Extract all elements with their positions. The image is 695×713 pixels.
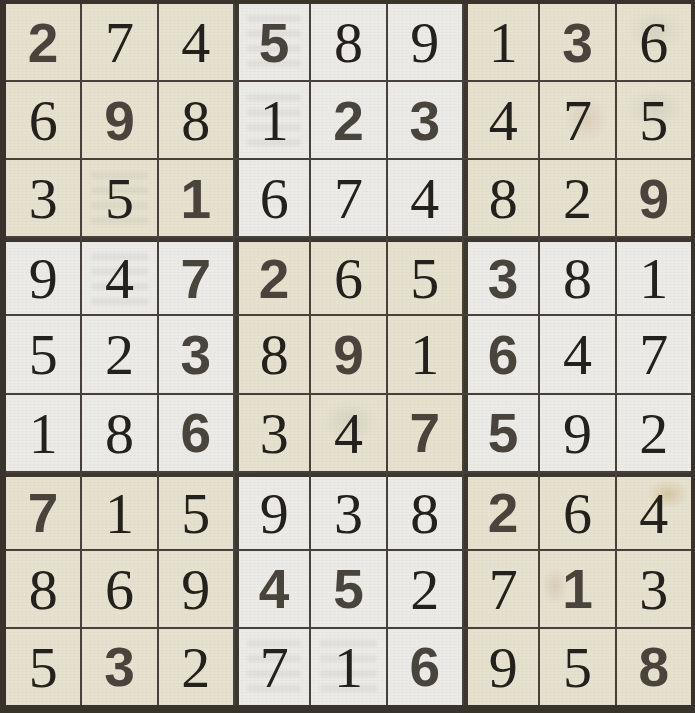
cell-r5c7[interactable]: 6: [464, 316, 538, 392]
cell-r6c3[interactable]: 6: [159, 395, 233, 471]
digit: 3: [260, 405, 289, 463]
digit: 7: [563, 92, 592, 150]
digit: 5: [410, 250, 439, 308]
cell-r7c3[interactable]: 5: [159, 473, 233, 549]
digit: 3: [562, 16, 593, 71]
digit: 9: [639, 172, 670, 227]
cell-r3c2[interactable]: 5: [82, 160, 156, 236]
cell-r1c6[interactable]: 9: [388, 4, 462, 80]
cell-r3c5[interactable]: 7: [311, 160, 385, 236]
cell-r7c9[interactable]: 4: [617, 473, 691, 549]
digit: 3: [334, 485, 363, 543]
digit: 3: [488, 252, 519, 307]
cell-r1c1[interactable]: 2: [6, 4, 80, 80]
digit: 2: [410, 561, 439, 619]
cell-r2c1[interactable]: 6: [6, 82, 80, 158]
cell-r4c5[interactable]: 6: [311, 238, 385, 314]
digit: 1: [334, 639, 363, 697]
digit: 3: [639, 561, 668, 619]
cell-r8c5[interactable]: 5: [311, 551, 385, 627]
cell-r1c8[interactable]: 3: [540, 4, 614, 80]
cell-r7c6[interactable]: 8: [388, 473, 462, 549]
cell-r3c3[interactable]: 1: [159, 160, 233, 236]
cell-r3c6[interactable]: 4: [388, 160, 462, 236]
digit: 9: [29, 250, 58, 308]
digit: 7: [28, 486, 59, 541]
digit: 2: [333, 94, 364, 149]
cell-r5c2[interactable]: 2: [82, 316, 156, 392]
digit: 8: [181, 92, 210, 150]
cell-r3c4[interactable]: 6: [235, 160, 309, 236]
cell-r6c4[interactable]: 3: [235, 395, 309, 471]
cell-r7c1[interactable]: 7: [6, 473, 80, 549]
cell-r9c1[interactable]: 5: [6, 629, 80, 705]
cell-r7c7[interactable]: 2: [464, 473, 538, 549]
cell-r4c1[interactable]: 9: [6, 238, 80, 314]
digit: 4: [181, 14, 210, 72]
digit: 6: [29, 92, 58, 150]
digit: 5: [259, 16, 290, 71]
digit: 9: [333, 328, 364, 383]
cell-r4c6[interactable]: 5: [388, 238, 462, 314]
cell-r6c5[interactable]: 4: [311, 395, 385, 471]
cell-r2c5[interactable]: 2: [311, 82, 385, 158]
digit: 5: [29, 326, 58, 384]
cell-r8c8[interactable]: 1: [540, 551, 614, 627]
cell-r8c4[interactable]: 4: [235, 551, 309, 627]
digit: 7: [260, 639, 289, 697]
digit: 6: [563, 485, 592, 543]
digit: 6: [260, 170, 289, 228]
digit: 8: [334, 14, 363, 72]
digit: 2: [28, 16, 59, 71]
cell-r6c7[interactable]: 5: [464, 395, 538, 471]
digit: 4: [563, 326, 592, 384]
digit: 1: [181, 172, 212, 227]
cell-r2c6[interactable]: 3: [388, 82, 462, 158]
cell-r2c8[interactable]: 7: [540, 82, 614, 158]
digit: 4: [639, 485, 668, 543]
digit: 8: [260, 326, 289, 384]
cell-r6c2[interactable]: 8: [82, 395, 156, 471]
cell-r7c8[interactable]: 6: [540, 473, 614, 549]
cell-r7c4[interactable]: 9: [235, 473, 309, 549]
digit: 1: [410, 326, 439, 384]
cell-r8c9[interactable]: 3: [617, 551, 691, 627]
digit: 5: [105, 170, 134, 228]
cell-r6c1[interactable]: 1: [6, 395, 80, 471]
digit: 4: [105, 250, 134, 308]
cell-r6c9[interactable]: 2: [617, 395, 691, 471]
digit: 6: [181, 406, 212, 461]
cell-r4c2[interactable]: 4: [82, 238, 156, 314]
digit: 1: [105, 485, 134, 543]
digit: 9: [104, 94, 135, 149]
digit: 7: [181, 252, 212, 307]
cell-r2c4[interactable]: 1: [235, 82, 309, 158]
cell-r4c7[interactable]: 3: [464, 238, 538, 314]
digit: 2: [488, 486, 519, 541]
digit: 9: [181, 561, 210, 619]
cell-r7c2[interactable]: 1: [82, 473, 156, 549]
digit: 5: [488, 406, 519, 461]
cell-r4c8[interactable]: 8: [540, 238, 614, 314]
digit: 9: [410, 14, 439, 72]
cell-r8c3[interactable]: 9: [159, 551, 233, 627]
digit: 8: [489, 170, 518, 228]
digit: 9: [260, 485, 289, 543]
digit: 4: [334, 405, 363, 463]
digit: 2: [181, 639, 210, 697]
cell-r9c3[interactable]: 2: [159, 629, 233, 705]
digit: 6: [639, 14, 668, 72]
digit: 3: [104, 640, 135, 695]
cell-r1c3[interactable]: 4: [159, 4, 233, 80]
digit: 8: [563, 250, 592, 308]
cell-r1c7[interactable]: 1: [464, 4, 538, 80]
digit: 7: [410, 406, 441, 461]
cell-r5c4[interactable]: 8: [235, 316, 309, 392]
digit: 5: [181, 485, 210, 543]
digit: 7: [639, 326, 668, 384]
digit: 4: [489, 92, 518, 150]
digit: 6: [488, 328, 519, 383]
digit: 2: [563, 170, 592, 228]
digit: 7: [334, 170, 363, 228]
cell-r6c8[interactable]: 9: [540, 395, 614, 471]
digit: 1: [639, 250, 668, 308]
digit: 6: [105, 561, 134, 619]
cell-r1c2[interactable]: 7: [82, 4, 156, 80]
digit: 3: [181, 328, 212, 383]
cell-r8c2[interactable]: 6: [82, 551, 156, 627]
digit: 5: [333, 562, 364, 617]
cell-r9c9[interactable]: 8: [617, 629, 691, 705]
cell-r5c5[interactable]: 9: [311, 316, 385, 392]
cell-r2c3[interactable]: 8: [159, 82, 233, 158]
digit: 3: [410, 94, 441, 149]
cell-r9c4[interactable]: 7: [235, 629, 309, 705]
digit: 8: [639, 640, 670, 695]
digit: 6: [334, 250, 363, 308]
cell-r4c3[interactable]: 7: [159, 238, 233, 314]
digit: 7: [489, 561, 518, 619]
cell-r2c9[interactable]: 5: [617, 82, 691, 158]
digit: 9: [563, 405, 592, 463]
cell-r8c6[interactable]: 2: [388, 551, 462, 627]
cell-r5c1[interactable]: 5: [6, 316, 80, 392]
cell-r3c9[interactable]: 9: [617, 160, 691, 236]
cell-r8c7[interactable]: 7: [464, 551, 538, 627]
digit: 1: [29, 405, 58, 463]
cell-r9c5[interactable]: 1: [311, 629, 385, 705]
cell-r3c8[interactable]: 2: [540, 160, 614, 236]
cell-r7c5[interactable]: 3: [311, 473, 385, 549]
cell-r9c6[interactable]: 6: [388, 629, 462, 705]
cell-r4c4[interactable]: 2: [235, 238, 309, 314]
digit: 1: [562, 562, 593, 617]
cell-r5c8[interactable]: 4: [540, 316, 614, 392]
digit: 2: [105, 326, 134, 384]
cell-r2c2[interactable]: 9: [82, 82, 156, 158]
cell-r3c1[interactable]: 3: [6, 160, 80, 236]
digit: 8: [105, 405, 134, 463]
digit: 5: [29, 639, 58, 697]
digit: 5: [639, 92, 668, 150]
sudoku-board: 2 7 4 5 8 9 1 3 6 6 9 8 1 2 3 4 7 5 3 5 …: [0, 0, 695, 713]
cell-r9c7[interactable]: 9: [464, 629, 538, 705]
digit: 8: [29, 561, 58, 619]
digit: 2: [259, 252, 290, 307]
cell-r5c3[interactable]: 3: [159, 316, 233, 392]
cell-r1c5[interactable]: 8: [311, 4, 385, 80]
cell-r4c9[interactable]: 1: [617, 238, 691, 314]
digit: 4: [410, 170, 439, 228]
digit: 6: [410, 640, 441, 695]
cell-r9c8[interactable]: 5: [540, 629, 614, 705]
cell-r3c7[interactable]: 8: [464, 160, 538, 236]
cell-r5c6[interactable]: 1: [388, 316, 462, 392]
digit: 4: [259, 562, 290, 617]
cell-r6c6[interactable]: 7: [388, 395, 462, 471]
cell-r2c7[interactable]: 4: [464, 82, 538, 158]
digit: 7: [105, 14, 134, 72]
cell-r9c2[interactable]: 3: [82, 629, 156, 705]
cell-r8c1[interactable]: 8: [6, 551, 80, 627]
cell-r5c9[interactable]: 7: [617, 316, 691, 392]
digit: 3: [29, 170, 58, 228]
digit: 1: [260, 92, 289, 150]
digit: 5: [563, 639, 592, 697]
cell-r1c4[interactable]: 5: [235, 4, 309, 80]
digit: 2: [639, 405, 668, 463]
cell-r1c9[interactable]: 6: [617, 4, 691, 80]
digit: 1: [489, 14, 518, 72]
digit: 9: [489, 639, 518, 697]
digit: 8: [410, 485, 439, 543]
